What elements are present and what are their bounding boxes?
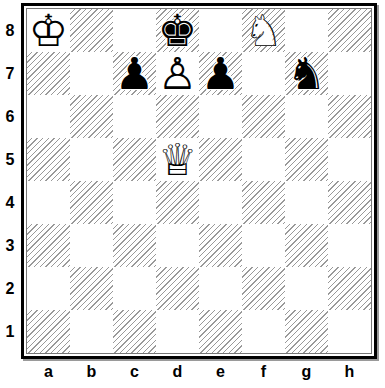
square-e5[interactable] [199,138,242,181]
file-label-d: d [156,363,199,381]
rank-label-1: 1 [0,310,20,353]
square-e1[interactable] [199,310,242,353]
square-c8[interactable] [113,9,156,52]
white-knight: ♘ [242,9,285,52]
square-f1[interactable] [242,310,285,353]
square-f2[interactable] [242,267,285,310]
black-knight: ♞ [285,52,328,95]
file-labels: abcdefgh [27,363,371,381]
square-b7[interactable] [70,52,113,95]
square-h6[interactable] [328,95,371,138]
square-g5[interactable] [285,138,328,181]
square-b5[interactable] [70,138,113,181]
square-g8[interactable] [285,9,328,52]
file-label-e: e [199,363,242,381]
black-pawn: ♟ [199,52,242,95]
rank-label-2: 2 [0,267,20,310]
file-label-b: b [70,363,113,381]
square-d8[interactable]: ♚ [156,9,199,52]
square-e2[interactable] [199,267,242,310]
square-e8[interactable] [199,9,242,52]
square-h2[interactable] [328,267,371,310]
square-a3[interactable] [27,224,70,267]
white-queen: ♕ [156,138,199,181]
rank-label-8: 8 [0,9,20,52]
square-c7[interactable]: ♟ [113,52,156,95]
white-pawn: ♙ [156,52,199,95]
square-a4[interactable] [27,181,70,224]
square-e7[interactable]: ♟ [199,52,242,95]
square-f7[interactable] [242,52,285,95]
square-d6[interactable] [156,95,199,138]
square-h7[interactable] [328,52,371,95]
square-h8[interactable] [328,9,371,52]
square-g6[interactable] [285,95,328,138]
file-label-a: a [27,363,70,381]
square-d4[interactable] [156,181,199,224]
square-b2[interactable] [70,267,113,310]
square-g4[interactable] [285,181,328,224]
square-h1[interactable] [328,310,371,353]
square-f6[interactable] [242,95,285,138]
square-h5[interactable] [328,138,371,181]
square-g2[interactable] [285,267,328,310]
file-label-h: h [328,363,371,381]
square-c5[interactable] [113,138,156,181]
chess-board: ♔♚♘♟♙♟♞♕ [26,8,372,354]
square-a8[interactable]: ♔ [27,9,70,52]
square-c4[interactable] [113,181,156,224]
square-d1[interactable] [156,310,199,353]
square-c6[interactable] [113,95,156,138]
rank-label-3: 3 [0,224,20,267]
rank-labels: 87654321 [0,9,20,353]
square-d7[interactable]: ♙ [156,52,199,95]
square-h3[interactable] [328,224,371,267]
square-g7[interactable]: ♞ [285,52,328,95]
square-d2[interactable] [156,267,199,310]
square-a6[interactable] [27,95,70,138]
square-e3[interactable] [199,224,242,267]
rank-label-4: 4 [0,181,20,224]
square-b3[interactable] [70,224,113,267]
file-label-f: f [242,363,285,381]
square-d5[interactable]: ♕ [156,138,199,181]
square-b6[interactable] [70,95,113,138]
white-king: ♔ [27,9,70,52]
rank-label-6: 6 [0,95,20,138]
square-g3[interactable] [285,224,328,267]
black-king: ♚ [156,9,199,52]
square-h4[interactable] [328,181,371,224]
board-frame: ♔♚♘♟♙♟♞♕ [21,3,377,359]
square-a1[interactable] [27,310,70,353]
square-b4[interactable] [70,181,113,224]
square-f4[interactable] [242,181,285,224]
square-c3[interactable] [113,224,156,267]
square-a5[interactable] [27,138,70,181]
square-f5[interactable] [242,138,285,181]
square-f8[interactable]: ♘ [242,9,285,52]
square-e6[interactable] [199,95,242,138]
square-a2[interactable] [27,267,70,310]
rank-label-5: 5 [0,138,20,181]
square-a7[interactable] [27,52,70,95]
black-pawn: ♟ [113,52,156,95]
file-label-g: g [285,363,328,381]
square-b1[interactable] [70,310,113,353]
square-d3[interactable] [156,224,199,267]
chess-diagram: 87654321 ♔♚♘♟♙♟♞♕ abcdefgh [0,0,385,388]
square-b8[interactable] [70,9,113,52]
file-label-c: c [113,363,156,381]
square-e4[interactable] [199,181,242,224]
square-g1[interactable] [285,310,328,353]
square-c1[interactable] [113,310,156,353]
square-f3[interactable] [242,224,285,267]
rank-label-7: 7 [0,52,20,95]
square-c2[interactable] [113,267,156,310]
